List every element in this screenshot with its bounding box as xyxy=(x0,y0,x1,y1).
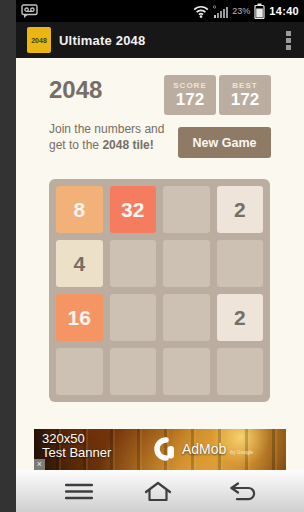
ad-banner[interactable]: 320x50 Test Banner × AdMob by Google xyxy=(34,429,286,470)
tile-32: 32 xyxy=(110,186,157,233)
overflow-menu-icon[interactable] xyxy=(284,27,293,54)
signal-strength-icon xyxy=(213,5,228,18)
score-value: 172 xyxy=(164,90,216,110)
tile-2: 2 xyxy=(217,186,264,233)
home-icon xyxy=(143,481,173,502)
empty-cell xyxy=(163,240,210,287)
admob-glyph-icon xyxy=(154,437,178,461)
admob-byline-text: by Google xyxy=(230,449,253,455)
ad-title: Test Banner xyxy=(42,445,111,460)
empty-cell xyxy=(110,240,157,287)
back-button[interactable] xyxy=(214,470,270,512)
phone-screen: 23% 14:40 2048 Ultimate 2048 2048 SCORE … xyxy=(16,0,304,512)
empty-cell xyxy=(110,294,157,341)
instructions-goal: 2048 tile! xyxy=(102,138,153,152)
empty-cell xyxy=(163,348,210,395)
navigation-bar xyxy=(16,470,304,512)
home-button[interactable] xyxy=(130,470,186,512)
empty-cell xyxy=(163,186,210,233)
empty-cell xyxy=(56,348,103,395)
instructions-line2: get to the xyxy=(49,138,102,152)
empty-cell xyxy=(163,294,210,341)
best-score-box: BEST 172 xyxy=(219,75,271,115)
tile-16: 16 xyxy=(56,294,103,341)
ad-size-label: 320x50 xyxy=(42,431,85,446)
best-value: 172 xyxy=(219,90,271,110)
status-bar: 23% 14:40 xyxy=(16,0,304,22)
menu-icon xyxy=(65,483,93,500)
empty-cell xyxy=(110,348,157,395)
admob-logo: AdMob by Google xyxy=(154,437,253,461)
voicemail-notification-icon xyxy=(21,4,39,19)
board[interactable]: 83224162 xyxy=(49,179,270,402)
tile-8: 8 xyxy=(56,186,103,233)
clock-text: 14:40 xyxy=(269,5,299,17)
back-icon xyxy=(228,482,257,501)
app-bar: 2048 Ultimate 2048 xyxy=(16,22,304,58)
empty-cell xyxy=(217,348,264,395)
battery-percent-text: 23% xyxy=(232,6,250,16)
tile-4: 4 xyxy=(56,240,103,287)
empty-cell xyxy=(217,240,264,287)
instructions-line1: Join the numbers and xyxy=(49,122,164,136)
tile-2: 2 xyxy=(217,294,264,341)
ad-close-icon[interactable]: × xyxy=(34,459,45,470)
score-label: SCORE xyxy=(164,81,216,90)
game-title: 2048 xyxy=(49,76,102,104)
wifi-icon xyxy=(193,5,209,18)
best-label: BEST xyxy=(219,81,271,90)
ad-text: 320x50 Test Banner xyxy=(42,432,111,460)
menu-button[interactable] xyxy=(51,470,107,512)
new-game-button[interactable]: New Game xyxy=(178,127,271,158)
app-launcher-icon: 2048 xyxy=(27,27,51,53)
instructions-text: Join the numbers andget to the 2048 tile… xyxy=(49,121,164,153)
app-title: Ultimate 2048 xyxy=(59,33,145,48)
battery-icon xyxy=(254,3,265,19)
score-box: SCORE 172 xyxy=(164,75,216,115)
admob-brand-text: AdMob xyxy=(182,441,226,457)
